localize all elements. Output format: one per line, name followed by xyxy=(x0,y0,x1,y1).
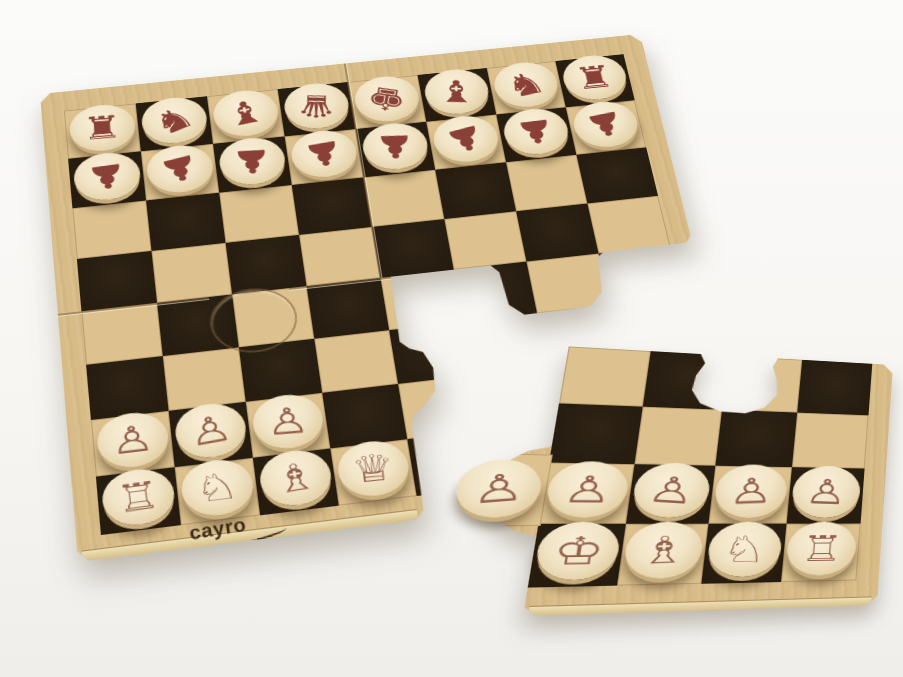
square-g6[interactable] xyxy=(506,155,587,211)
square-g8[interactable] xyxy=(487,61,566,114)
detached-puzzle-piece: ♙♙♙♙♙♔♗♘♖ xyxy=(457,343,893,618)
square-d5[interactable] xyxy=(299,227,380,286)
square-h1[interactable] xyxy=(781,524,861,583)
square-e5[interactable] xyxy=(372,219,454,278)
square-a4[interactable] xyxy=(81,303,162,365)
fragment-surface xyxy=(457,343,893,618)
square-d3[interactable] xyxy=(314,330,398,393)
square-e1[interactable] xyxy=(528,524,626,588)
scene: cayro ♜♞♝♛♚♝♞♜♟♟♟♟♟♟♟♟♙♙♙♖♘♗♕ ♙♙♙♙♙♔♗♘♖ xyxy=(0,0,903,677)
square-f1[interactable] xyxy=(617,524,708,586)
square-h7[interactable] xyxy=(566,100,646,155)
square-d6[interactable] xyxy=(292,177,372,235)
square-g4[interactable] xyxy=(722,356,802,413)
square-e6[interactable] xyxy=(364,170,445,227)
square-f8[interactable] xyxy=(418,68,497,122)
square-a3[interactable] xyxy=(86,356,169,420)
square-d8[interactable] xyxy=(278,82,356,136)
square-b7[interactable] xyxy=(141,144,219,201)
square-g7[interactable] xyxy=(496,107,576,162)
fragment-shadow-wrap xyxy=(457,343,893,618)
square-g1[interactable] xyxy=(701,524,786,584)
square-e4[interactable] xyxy=(380,270,463,330)
square-a1[interactable] xyxy=(96,467,181,535)
square-h6[interactable] xyxy=(576,147,658,203)
square-b5[interactable] xyxy=(152,243,233,303)
square-b6[interactable] xyxy=(146,193,225,251)
square-e8[interactable] xyxy=(348,75,426,129)
square-d1[interactable] xyxy=(330,439,416,505)
square-h8[interactable] xyxy=(555,54,634,107)
square-c8[interactable] xyxy=(207,89,285,144)
square-b8[interactable] xyxy=(136,96,213,151)
square-g5[interactable] xyxy=(516,203,598,261)
square-e2[interactable] xyxy=(539,463,635,524)
square-h5[interactable] xyxy=(587,196,670,254)
square-a5[interactable] xyxy=(77,251,157,311)
square-h3[interactable] xyxy=(610,297,695,358)
square-h4[interactable] xyxy=(599,246,683,305)
square-g3[interactable] xyxy=(715,410,797,467)
square-e4[interactable] xyxy=(559,346,651,406)
fragment-grid xyxy=(528,346,873,587)
square-c6[interactable] xyxy=(219,185,299,243)
square-e3[interactable] xyxy=(549,403,643,464)
square-e3[interactable] xyxy=(389,322,473,384)
square-a8[interactable] xyxy=(64,103,141,158)
square-g4[interactable] xyxy=(526,254,610,314)
square-a7[interactable] xyxy=(68,151,146,208)
square-e2[interactable] xyxy=(398,375,483,439)
square-b2[interactable] xyxy=(169,402,253,467)
square-c5[interactable] xyxy=(226,235,307,295)
square-g2[interactable] xyxy=(708,466,791,524)
square-a6[interactable] xyxy=(72,200,151,259)
square-d2[interactable] xyxy=(322,384,407,449)
square-d4[interactable] xyxy=(307,278,390,339)
square-f3[interactable] xyxy=(634,407,722,466)
fragment-edge xyxy=(528,596,872,616)
square-f2[interactable] xyxy=(626,464,715,524)
square-f4[interactable] xyxy=(454,262,537,322)
square-h2[interactable] xyxy=(787,467,865,523)
square-f6[interactable] xyxy=(435,162,516,219)
square-f5[interactable] xyxy=(444,211,526,269)
square-h3[interactable] xyxy=(792,413,869,469)
square-e7[interactable] xyxy=(356,122,435,178)
square-c7[interactable] xyxy=(213,136,292,192)
square-f7[interactable] xyxy=(426,115,506,170)
square-a2[interactable] xyxy=(91,411,175,477)
square-d7[interactable] xyxy=(285,129,364,185)
square-f4[interactable] xyxy=(643,351,729,410)
square-c2[interactable] xyxy=(246,393,331,458)
square-b3[interactable] xyxy=(163,347,246,410)
tab-square-d2[interactable] xyxy=(482,453,553,526)
square-h4[interactable] xyxy=(797,360,872,416)
